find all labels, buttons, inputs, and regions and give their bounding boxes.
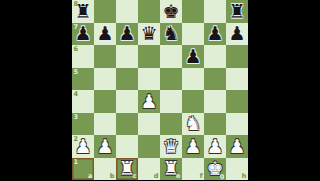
square-f5[interactable]	[182, 68, 204, 91]
square-a7[interactable]: ♟7	[72, 23, 94, 46]
file-label-f: f	[200, 173, 203, 180]
square-e1[interactable]: ♜e	[160, 158, 182, 181]
square-b3[interactable]	[94, 113, 116, 136]
square-d5[interactable]	[138, 68, 160, 91]
square-a2[interactable]: ♟2	[72, 135, 94, 158]
rank-label-1: 1	[74, 159, 79, 166]
square-a4[interactable]: 4	[72, 90, 94, 113]
square-b6[interactable]	[94, 45, 116, 68]
square-h6[interactable]	[226, 45, 248, 68]
square-h7[interactable]: ♟	[226, 23, 248, 46]
square-f8[interactable]	[182, 0, 204, 23]
square-g5[interactable]	[204, 68, 226, 91]
rank-label-8: 8	[74, 1, 79, 8]
square-a5[interactable]: 5	[72, 68, 94, 91]
page-background: { "game": { "name": "chess", "position":…	[0, 0, 320, 180]
square-h1[interactable]: h	[226, 158, 248, 181]
square-g2[interactable]: ♟	[204, 135, 226, 158]
square-e4[interactable]	[160, 90, 182, 113]
square-b5[interactable]	[94, 68, 116, 91]
square-g4[interactable]	[204, 90, 226, 113]
square-d7[interactable]: ♛	[138, 23, 160, 46]
square-f6[interactable]: ♟	[182, 45, 204, 68]
square-b1[interactable]: b	[94, 158, 116, 181]
square-f3[interactable]: ♞	[182, 113, 204, 136]
square-h2[interactable]: ♟	[226, 135, 248, 158]
rank-label-3: 3	[74, 114, 79, 121]
piece-black-pawn: ♟	[206, 24, 223, 43]
piece-black-knight: ♞	[162, 24, 179, 43]
file-label-c: c	[133, 173, 137, 180]
square-c6[interactable]	[116, 45, 138, 68]
square-b7[interactable]: ♟	[94, 23, 116, 46]
square-d2[interactable]	[138, 135, 160, 158]
rank-label-7: 7	[74, 24, 79, 31]
piece-black-pawn: ♟	[184, 47, 201, 66]
piece-black-queen: ♛	[140, 24, 157, 43]
file-label-e: e	[176, 173, 180, 180]
square-c5[interactable]	[116, 68, 138, 91]
square-f2[interactable]: ♟	[182, 135, 204, 158]
piece-black-rook: ♜	[228, 2, 245, 21]
square-b8[interactable]	[94, 0, 116, 23]
square-e7[interactable]: ♞	[160, 23, 182, 46]
piece-white-queen: ♛	[162, 137, 179, 156]
file-label-d: d	[154, 173, 159, 180]
square-b2[interactable]: ♟	[94, 135, 116, 158]
square-e5[interactable]	[160, 68, 182, 91]
piece-white-pawn: ♟	[184, 137, 201, 156]
square-g8[interactable]	[204, 0, 226, 23]
piece-black-pawn: ♟	[96, 24, 113, 43]
piece-white-pawn: ♟	[228, 137, 245, 156]
piece-white-pawn: ♟	[96, 137, 113, 156]
chess-board: ♜8♚♜♟7♟♟♛♞♟♟6♟54♟3♞♟2♟♛♟♟♟1ab♜cd♜ef♚gh	[72, 0, 248, 180]
piece-white-pawn: ♟	[206, 137, 223, 156]
square-c4[interactable]	[116, 90, 138, 113]
file-label-h: h	[242, 173, 247, 180]
square-g1[interactable]: ♚g	[204, 158, 226, 181]
square-c3[interactable]	[116, 113, 138, 136]
square-d1[interactable]: d	[138, 158, 160, 181]
square-a1[interactable]: 1a	[72, 158, 94, 181]
rank-label-5: 5	[74, 69, 79, 76]
square-e8[interactable]: ♚	[160, 0, 182, 23]
square-g6[interactable]	[204, 45, 226, 68]
rank-label-4: 4	[74, 91, 79, 98]
square-d6[interactable]	[138, 45, 160, 68]
square-d4[interactable]: ♟	[138, 90, 160, 113]
piece-white-knight: ♞	[184, 114, 201, 133]
piece-black-king: ♚	[162, 2, 179, 21]
piece-black-pawn: ♟	[118, 24, 135, 43]
square-e3[interactable]	[160, 113, 182, 136]
square-b4[interactable]	[94, 90, 116, 113]
square-a3[interactable]: 3	[72, 113, 94, 136]
file-label-a: a	[88, 173, 92, 180]
rank-label-2: 2	[74, 136, 79, 143]
square-c8[interactable]	[116, 0, 138, 23]
square-c2[interactable]	[116, 135, 138, 158]
square-h5[interactable]	[226, 68, 248, 91]
square-e6[interactable]	[160, 45, 182, 68]
square-f1[interactable]: f	[182, 158, 204, 181]
square-e2[interactable]: ♛	[160, 135, 182, 158]
square-a8[interactable]: ♜8	[72, 0, 94, 23]
square-h3[interactable]	[226, 113, 248, 136]
square-c7[interactable]: ♟	[116, 23, 138, 46]
piece-white-pawn: ♟	[140, 92, 157, 111]
square-d8[interactable]	[138, 0, 160, 23]
square-h4[interactable]	[226, 90, 248, 113]
file-label-b: b	[110, 173, 115, 180]
file-label-g: g	[220, 173, 225, 180]
square-g7[interactable]: ♟	[204, 23, 226, 46]
square-f4[interactable]	[182, 90, 204, 113]
square-c1[interactable]: ♜c	[116, 158, 138, 181]
square-a6[interactable]: 6	[72, 45, 94, 68]
piece-black-pawn: ♟	[228, 24, 245, 43]
square-h8[interactable]: ♜	[226, 0, 248, 23]
square-d3[interactable]	[138, 113, 160, 136]
square-g3[interactable]	[204, 113, 226, 136]
rank-label-6: 6	[74, 46, 79, 53]
square-f7[interactable]	[182, 23, 204, 46]
